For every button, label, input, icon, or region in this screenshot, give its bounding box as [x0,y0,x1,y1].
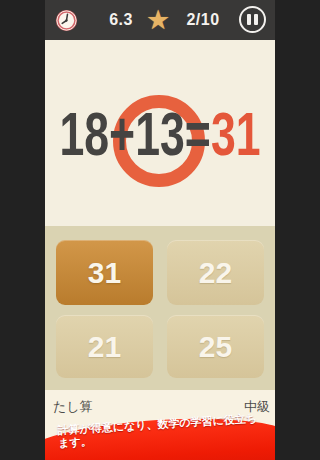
ad-banner[interactable]: 計算が得意になり、数学の学習に役立ち ます。 [45,408,275,460]
top-bar: 6.3 ★ 2/10 [45,0,275,40]
app-screen: 6.3 ★ 2/10 18+13=31 31 22 21 25 たし算 中級 計… [45,0,275,460]
clock-icon [55,9,78,32]
score-value: 2/10 [175,11,231,29]
pause-icon [254,14,258,25]
footer: たし算 中級 計算が得意になり、数学の学習に役立ち ます。 [45,390,275,460]
choice-button-25[interactable]: 25 [167,315,264,378]
timer-value: 6.3 [98,11,144,29]
plus-operator: + [109,103,135,165]
pause-button[interactable] [239,6,266,33]
choice-button-21[interactable]: 21 [56,315,153,378]
equation: 18+13=31 [77,103,243,165]
star-icon: ★ [141,3,175,37]
equals-sign: = [185,103,211,165]
pause-icon [247,14,251,25]
equation-answer: 31 [211,103,261,165]
choice-button-31[interactable]: 31 [56,240,153,305]
operand-2: 13 [135,103,185,165]
answer-panel: 31 22 21 25 [45,226,275,390]
choice-button-22[interactable]: 22 [167,240,264,305]
equation-area: 18+13=31 [45,40,275,226]
operand-1: 18 [59,103,109,165]
